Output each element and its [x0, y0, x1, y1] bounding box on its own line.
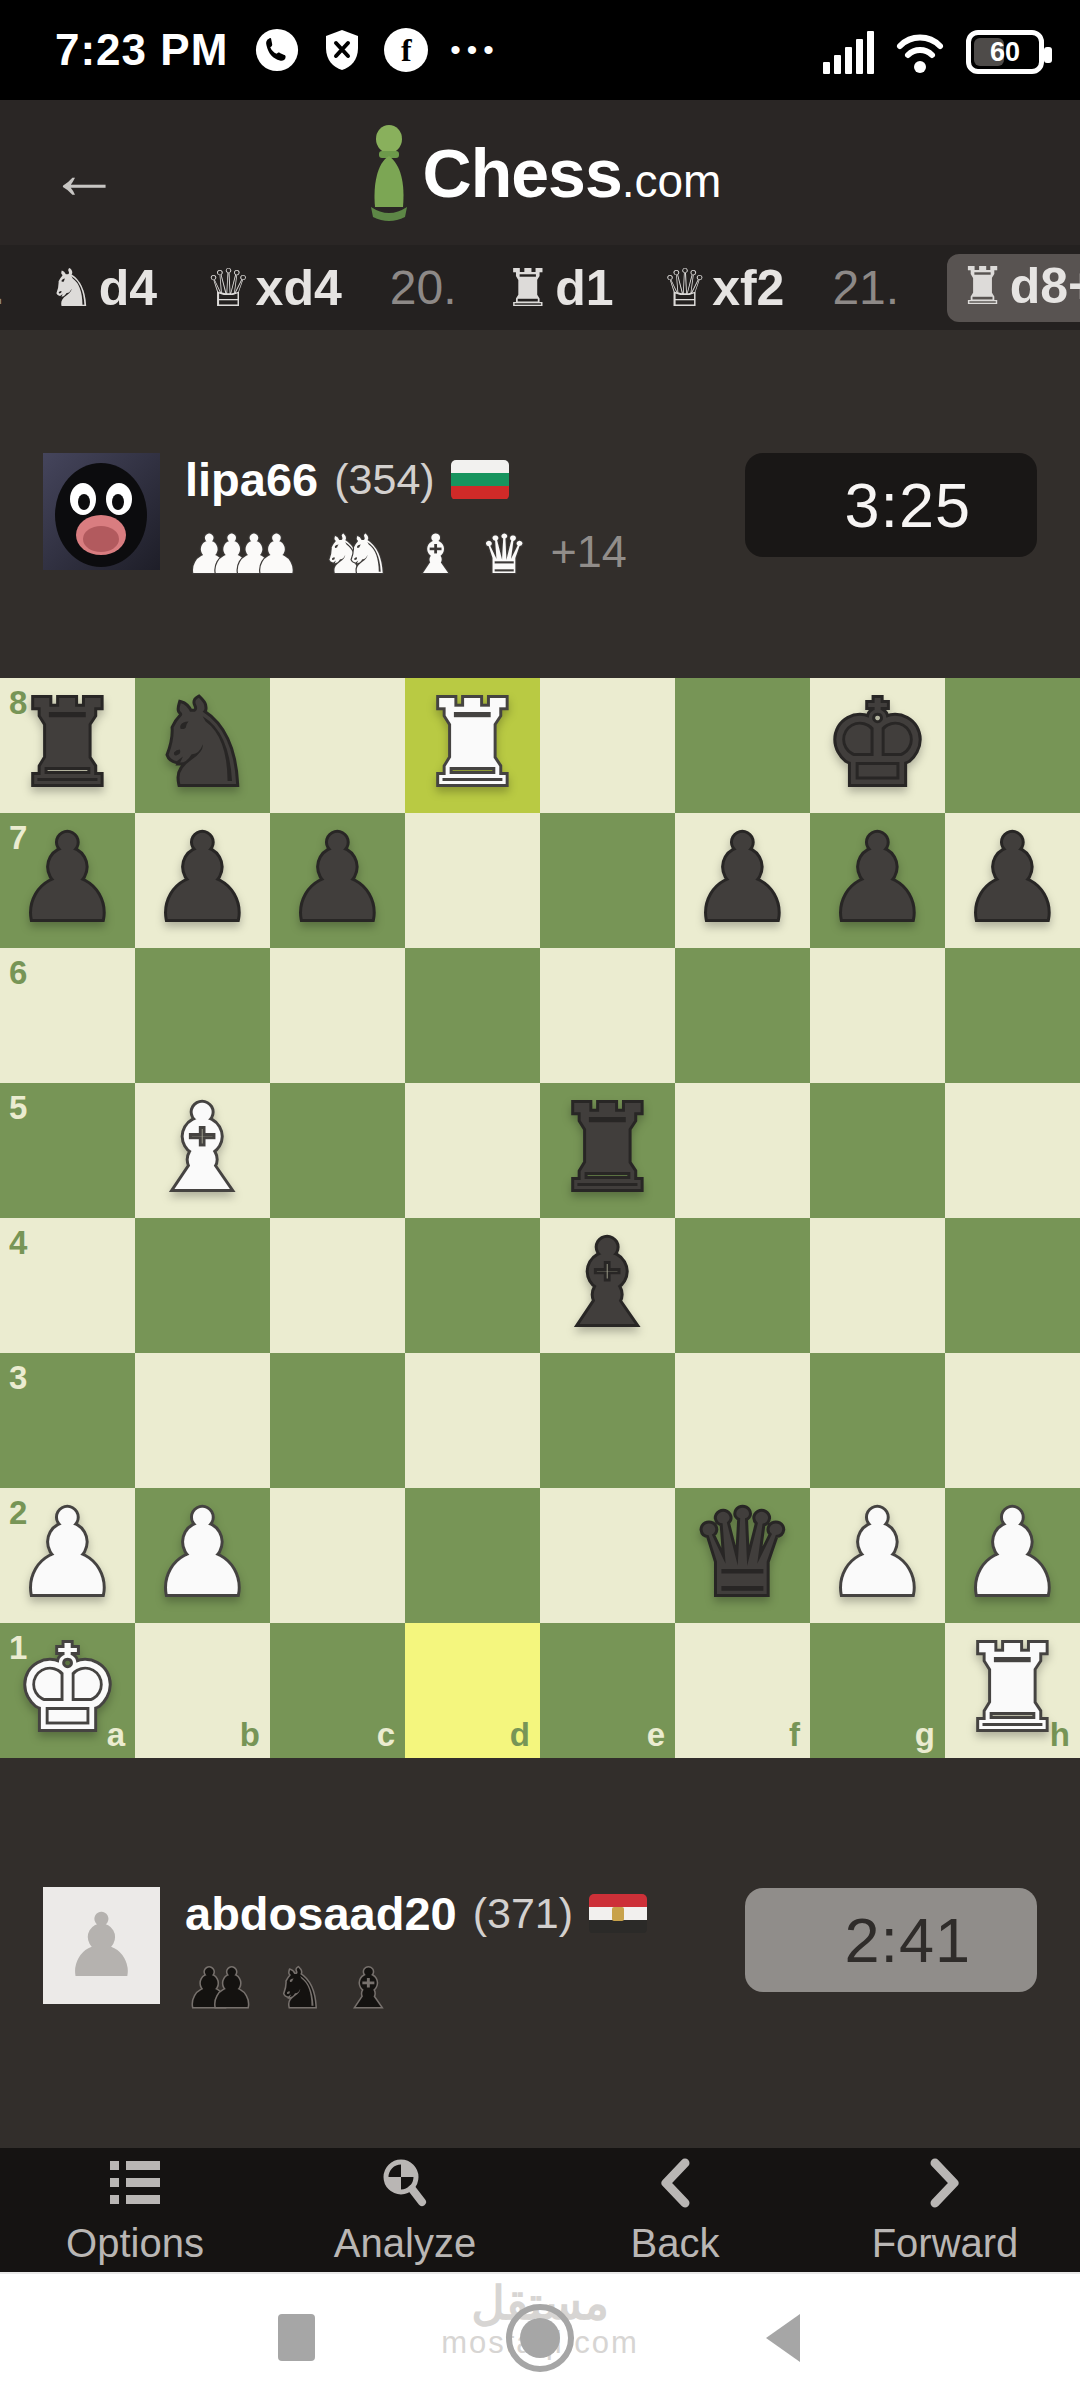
queen-move-icon: ♕ — [662, 258, 709, 318]
square-a5[interactable]: 5 — [0, 1083, 135, 1218]
square-d6[interactable] — [405, 948, 540, 1083]
square-g8[interactable]: ♚ — [810, 678, 945, 813]
square-f5[interactable] — [675, 1083, 810, 1218]
android-recents-button[interactable] — [278, 2314, 315, 2361]
square-f6[interactable] — [675, 948, 810, 1083]
square-h6[interactable] — [945, 948, 1080, 1083]
move-d8+-current[interactable]: ♜d8+ — [947, 254, 1080, 322]
square-g7[interactable]: ♟ — [810, 813, 945, 948]
queen-move-icon: ♕ — [205, 258, 252, 318]
forward-move-button[interactable]: Forward — [810, 2148, 1080, 2272]
avatar-lipa66[interactable] — [43, 453, 160, 570]
player-name-top[interactable]: lipa66 — [185, 452, 318, 507]
square-c6[interactable] — [270, 948, 405, 1083]
captured-pieces-top: ♟♟♟♟♞♞♝♛+14 — [185, 526, 627, 582]
captured-knight-group: ♞♞ — [321, 528, 392, 582]
file-label-e: e — [647, 1716, 665, 1754]
black-rook-a8[interactable]: ♜ — [0, 678, 135, 813]
captured-pawn-group: ♟♟ — [185, 1962, 256, 2016]
player-rating-top: (354) — [334, 455, 434, 504]
square-d8[interactable]: ♜ — [405, 678, 540, 813]
android-back-button[interactable] — [766, 2314, 800, 2362]
default-pawn-avatar-icon: ♟ — [62, 1902, 141, 1990]
square-b8[interactable]: ♞ — [135, 678, 270, 813]
square-a7[interactable]: 7♟ — [0, 813, 135, 948]
back-arrow-icon[interactable]: ← — [48, 137, 120, 209]
square-f8[interactable] — [675, 678, 810, 813]
rank-label-6: 6 — [9, 954, 27, 992]
white-pawn-h2[interactable]: ♟ — [945, 1488, 1080, 1623]
square-b3[interactable] — [135, 1353, 270, 1488]
square-a2[interactable]: 2♟ — [0, 1488, 135, 1623]
options-button[interactable]: Options — [0, 2148, 270, 2272]
rank-label-5: 5 — [9, 1089, 27, 1127]
square-a3[interactable]: 3 — [0, 1353, 135, 1488]
square-f3[interactable] — [675, 1353, 810, 1488]
white-pawn-g2[interactable]: ♟ — [810, 1488, 945, 1623]
black-rook-e5[interactable]: ♜ — [540, 1083, 675, 1218]
black-pawn-h7[interactable]: ♟ — [945, 813, 1080, 948]
square-d1[interactable]: d — [405, 1623, 540, 1758]
logo-pawn-icon — [359, 123, 417, 223]
move-list-bar[interactable]: . ♞d4♕xd420.♜d1♕xf221.♜d8+ — [0, 245, 1080, 330]
square-g3[interactable] — [810, 1353, 945, 1488]
white-bishop-b5[interactable]: ♝ — [135, 1083, 270, 1218]
square-e1[interactable]: e — [540, 1623, 675, 1758]
analyze-label: Analyze — [334, 2221, 476, 2266]
square-h3[interactable] — [945, 1353, 1080, 1488]
more-notifications-dots: ••• — [450, 33, 500, 67]
square-c7[interactable]: ♟ — [270, 813, 405, 948]
analyze-button[interactable]: Analyze — [270, 2148, 540, 2272]
black-knight-b8[interactable]: ♞ — [135, 678, 270, 813]
android-home-button[interactable] — [506, 2304, 574, 2372]
egypt-flag-icon — [589, 1894, 647, 1934]
black-pawn-b7[interactable]: ♟ — [135, 813, 270, 948]
square-c2[interactable] — [270, 1488, 405, 1623]
signal-strength-icon — [823, 30, 874, 74]
square-h1[interactable]: h♜ — [945, 1623, 1080, 1758]
forward-label: Forward — [872, 2221, 1019, 2266]
wifi-icon — [892, 26, 948, 74]
bottom-navigation: Options Analyze Back — [0, 2148, 1080, 2272]
square-b5[interactable]: ♝ — [135, 1083, 270, 1218]
square-f2[interactable]: ♛ — [675, 1488, 810, 1623]
square-b1[interactable]: b — [135, 1623, 270, 1758]
square-a8[interactable]: 8♜ — [0, 678, 135, 813]
square-c5[interactable] — [270, 1083, 405, 1218]
player-panel-black: lipa66 (354) ♟♟♟♟♞♞♝♛+14 3:25 — [0, 330, 1080, 678]
square-c4[interactable] — [270, 1218, 405, 1353]
square-h7[interactable]: ♟ — [945, 813, 1080, 948]
square-c8[interactable] — [270, 678, 405, 813]
shield-x-icon — [322, 27, 362, 73]
file-label-d: d — [510, 1716, 530, 1754]
square-e3[interactable] — [540, 1353, 675, 1488]
black-bishop-e4[interactable]: ♝ — [540, 1218, 675, 1353]
captured-pieces-bottom: ♟♟♞♝ — [185, 1962, 413, 2016]
square-f7[interactable]: ♟ — [675, 813, 810, 948]
logo-text-chess: Chess — [423, 134, 622, 212]
white-rook-h1[interactable]: ♜ — [945, 1623, 1080, 1758]
move-number: 20. — [390, 260, 457, 315]
penguin-avatar-image — [43, 453, 160, 570]
rank-label-4: 4 — [9, 1224, 27, 1262]
logo-text-com: .com — [622, 154, 722, 208]
square-a4[interactable]: 4 — [0, 1218, 135, 1353]
options-label: Options — [66, 2221, 204, 2266]
bulgaria-flag-icon — [451, 460, 509, 500]
square-e8[interactable] — [540, 678, 675, 813]
black-pawn-g7[interactable]: ♟ — [810, 813, 945, 948]
square-c3[interactable] — [270, 1353, 405, 1488]
chevron-right-icon — [928, 2155, 962, 2211]
analyze-magnifier-icon — [377, 2155, 433, 2211]
square-e6[interactable] — [540, 948, 675, 1083]
square-b6[interactable] — [135, 948, 270, 1083]
square-d2[interactable] — [405, 1488, 540, 1623]
white-rook-d8[interactable]: ♜ — [405, 678, 540, 813]
whatsapp-icon — [254, 27, 300, 73]
rook-move-icon: ♜ — [505, 258, 552, 318]
file-label-b: b — [240, 1716, 260, 1754]
square-e5[interactable]: ♜ — [540, 1083, 675, 1218]
square-a6[interactable]: 6 — [0, 948, 135, 1083]
file-label-f: f — [789, 1716, 800, 1754]
clock-black: 3:25 — [745, 453, 1037, 557]
square-c1[interactable]: c — [270, 1623, 405, 1758]
chess-app-screen: 7:23 PM f ••• 60 — [0, 0, 1080, 2400]
square-d3[interactable] — [405, 1353, 540, 1488]
move-d1[interactable]: ♜d1 — [505, 258, 614, 318]
square-f1[interactable]: f — [675, 1623, 810, 1758]
square-g2[interactable]: ♟ — [810, 1488, 945, 1623]
status-bar: 7:23 PM f ••• 60 — [0, 0, 1080, 100]
app-header: ← Chess .com — [0, 100, 1080, 245]
avatar-abdosaad20[interactable]: ♟ — [43, 1887, 160, 2004]
white-king-a1[interactable]: ♚ — [0, 1623, 135, 1758]
square-g5[interactable] — [810, 1083, 945, 1218]
material-advantage: +14 — [550, 526, 626, 582]
chesscom-logo: Chess .com — [359, 123, 722, 223]
square-g4[interactable] — [810, 1218, 945, 1353]
black-pawn-c7[interactable]: ♟ — [270, 813, 405, 948]
black-pawn-a7[interactable]: ♟ — [0, 813, 135, 948]
chess-board[interactable]: 8♜♞♜♚7♟♟♟♟♟♟65♝♜4♝32♟♟♛♟♟1a♚bcdefgh♜ — [0, 678, 1080, 1758]
back-label: Back — [631, 2221, 720, 2266]
square-a1[interactable]: 1a♚ — [0, 1623, 135, 1758]
player-panel-white: ♟ abdosaad20 (371) ♟♟♞♝ 2:41 — [0, 1758, 1080, 2148]
back-move-button[interactable]: Back — [540, 2148, 810, 2272]
square-g1[interactable]: g — [810, 1623, 945, 1758]
square-h5[interactable] — [945, 1083, 1080, 1218]
black-pawn-f7[interactable]: ♟ — [675, 813, 810, 948]
square-e4[interactable]: ♝ — [540, 1218, 675, 1353]
square-g6[interactable] — [810, 948, 945, 1083]
rank-label-3: 3 — [9, 1359, 27, 1397]
square-e2[interactable] — [540, 1488, 675, 1623]
options-list-icon — [110, 2155, 160, 2211]
rook-move-icon: ♜ — [959, 256, 1006, 316]
facebook-icon: f — [384, 28, 428, 72]
square-d4[interactable] — [405, 1218, 540, 1353]
square-d5[interactable] — [405, 1083, 540, 1218]
square-b2[interactable]: ♟ — [135, 1488, 270, 1623]
white-pawn-a2[interactable]: ♟ — [0, 1488, 135, 1623]
player-name-bottom[interactable]: abdosaad20 — [185, 1886, 457, 1941]
android-nav-bar: مستقل mostaql com — [0, 2272, 1080, 2400]
square-e7[interactable] — [540, 813, 675, 948]
square-h2[interactable]: ♟ — [945, 1488, 1080, 1623]
player-rating-bottom: (371) — [473, 1889, 573, 1938]
chevron-left-icon — [658, 2155, 692, 2211]
move-list-clipped-text: . — [0, 260, 5, 315]
captured-bishop-group: ♝ — [412, 528, 460, 582]
move-number: 21. — [832, 260, 899, 315]
battery-icon: 60 — [966, 30, 1044, 74]
square-h4[interactable] — [945, 1218, 1080, 1353]
square-f4[interactable] — [675, 1218, 810, 1353]
captured-bishop-group: ♝ — [344, 1962, 392, 2016]
move-xf2[interactable]: ♕xf2 — [662, 258, 785, 318]
file-label-c: c — [377, 1716, 395, 1754]
captured-knight-group: ♞ — [276, 1962, 324, 2016]
move-d4[interactable]: ♞d4 — [48, 258, 157, 318]
black-king-g8[interactable]: ♚ — [810, 678, 945, 813]
square-b7[interactable]: ♟ — [135, 813, 270, 948]
clock-time: 7:23 PM — [55, 25, 228, 75]
captured-pawn-group: ♟♟♟♟ — [185, 528, 301, 582]
square-b4[interactable] — [135, 1218, 270, 1353]
white-pawn-b2[interactable]: ♟ — [135, 1488, 270, 1623]
captured-queen-group: ♛ — [480, 528, 528, 582]
black-queen-f2[interactable]: ♛ — [675, 1488, 810, 1623]
move-xd4[interactable]: ♕xd4 — [205, 258, 342, 318]
file-label-g: g — [915, 1716, 935, 1754]
clock-white: 2:41 — [745, 1888, 1037, 1992]
knight-move-icon: ♞ — [48, 258, 95, 318]
square-h8[interactable] — [945, 678, 1080, 813]
battery-percent: 60 — [990, 37, 1020, 68]
square-d7[interactable] — [405, 813, 540, 948]
